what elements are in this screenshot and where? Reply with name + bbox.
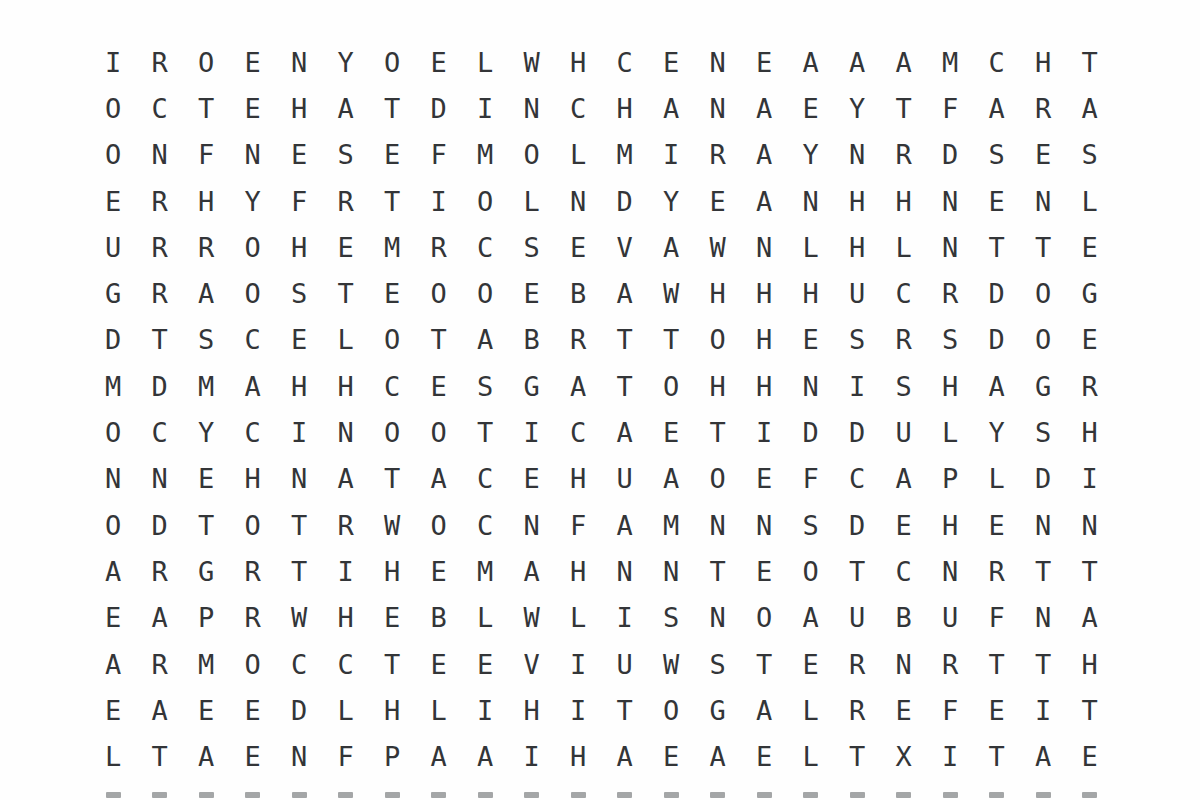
- grid-cell[interactable]: E: [416, 641, 463, 687]
- grid-cell[interactable]: E: [1067, 224, 1114, 270]
- grid-cell[interactable]: R: [416, 224, 463, 270]
- grid-cell[interactable]: I: [555, 641, 602, 687]
- grid-cell[interactable]: C: [323, 641, 370, 687]
- grid-cell[interactable]: H: [695, 363, 742, 409]
- grid-cell[interactable]: L: [788, 224, 835, 270]
- grid-cell[interactable]: L: [462, 595, 509, 641]
- grid-cell[interactable]: N: [90, 456, 137, 502]
- grid-cell[interactable]: R: [881, 317, 928, 363]
- grid-cell[interactable]: E: [183, 687, 230, 733]
- grid-cell[interactable]: G: [183, 548, 230, 594]
- grid-cell[interactable]: C: [881, 270, 928, 316]
- grid-cell[interactable]: A: [230, 363, 277, 409]
- grid-cell[interactable]: A: [741, 132, 788, 178]
- grid-cell[interactable]: E: [648, 409, 695, 455]
- grid-cell[interactable]: H: [741, 363, 788, 409]
- grid-cell[interactable]: E: [788, 641, 835, 687]
- grid-cell[interactable]: V: [602, 224, 649, 270]
- grid-cell[interactable]: R: [1067, 363, 1114, 409]
- grid-cell[interactable]: C: [462, 456, 509, 502]
- grid-cell[interactable]: O: [416, 270, 463, 316]
- grid-cell[interactable]: L: [462, 39, 509, 85]
- grid-cell[interactable]: I: [927, 733, 974, 779]
- grid-cell[interactable]: O: [183, 39, 230, 85]
- grid-cell[interactable]: D: [1020, 456, 1067, 502]
- grid-cell[interactable]: H: [927, 363, 974, 409]
- grid-cell[interactable]: S: [1067, 132, 1114, 178]
- grid-cell[interactable]: H: [741, 317, 788, 363]
- grid-cell[interactable]: S: [788, 502, 835, 548]
- grid-cell[interactable]: D: [974, 270, 1021, 316]
- grid-cell[interactable]: A: [137, 687, 184, 733]
- grid-cell[interactable]: E: [741, 456, 788, 502]
- grid-cell[interactable]: E: [555, 224, 602, 270]
- grid-cell[interactable]: A: [881, 456, 928, 502]
- grid-cell[interactable]: L: [927, 409, 974, 455]
- grid-cell[interactable]: W: [276, 595, 323, 641]
- grid-cell[interactable]: A: [416, 733, 463, 779]
- grid-cell[interactable]: H: [276, 85, 323, 131]
- grid-cell[interactable]: E: [788, 317, 835, 363]
- grid-cell[interactable]: H: [1067, 641, 1114, 687]
- grid-cell[interactable]: H: [230, 456, 277, 502]
- grid-cell[interactable]: A: [323, 85, 370, 131]
- grid-cell[interactable]: I: [509, 733, 556, 779]
- grid-cell[interactable]: L: [788, 687, 835, 733]
- grid-cell[interactable]: R: [137, 224, 184, 270]
- grid-cell[interactable]: T: [974, 733, 1021, 779]
- grid-cell[interactable]: E: [323, 224, 370, 270]
- grid-cell[interactable]: T: [602, 363, 649, 409]
- grid-cell[interactable]: H: [323, 363, 370, 409]
- grid-cell[interactable]: A: [602, 502, 649, 548]
- grid-cell[interactable]: H: [369, 687, 416, 733]
- grid-cell[interactable]: F: [927, 85, 974, 131]
- grid-cell[interactable]: Y: [788, 132, 835, 178]
- grid-cell[interactable]: R: [230, 595, 277, 641]
- grid-cell[interactable]: R: [834, 641, 881, 687]
- grid-cell[interactable]: A: [1067, 595, 1114, 641]
- grid-cell[interactable]: Y: [834, 85, 881, 131]
- grid-cell[interactable]: H: [881, 178, 928, 224]
- grid-cell[interactable]: I: [276, 409, 323, 455]
- grid-cell[interactable]: O: [695, 456, 742, 502]
- grid-cell[interactable]: L: [881, 224, 928, 270]
- grid-cell[interactable]: I: [1020, 687, 1067, 733]
- grid-cell[interactable]: O: [1020, 270, 1067, 316]
- grid-cell[interactable]: H: [183, 178, 230, 224]
- grid-cell[interactable]: T: [1020, 224, 1067, 270]
- grid-cell[interactable]: N: [509, 502, 556, 548]
- grid-cell[interactable]: N: [137, 132, 184, 178]
- grid-cell[interactable]: E: [788, 85, 835, 131]
- grid-cell[interactable]: S: [462, 363, 509, 409]
- grid-cell[interactable]: N: [276, 733, 323, 779]
- grid-cell[interactable]: E: [881, 502, 928, 548]
- grid-cell[interactable]: H: [276, 363, 323, 409]
- grid-cell[interactable]: R: [323, 178, 370, 224]
- grid-cell[interactable]: A: [462, 317, 509, 363]
- grid-cell[interactable]: C: [462, 502, 509, 548]
- grid-cell[interactable]: T: [369, 85, 416, 131]
- grid-cell[interactable]: R: [927, 270, 974, 316]
- grid-cell[interactable]: T: [695, 409, 742, 455]
- grid-cell[interactable]: F: [416, 132, 463, 178]
- grid-cell[interactable]: N: [602, 548, 649, 594]
- grid-cell[interactable]: W: [695, 224, 742, 270]
- grid-cell[interactable]: A: [741, 687, 788, 733]
- grid-cell[interactable]: C: [230, 317, 277, 363]
- grid-cell[interactable]: Y: [974, 409, 1021, 455]
- grid-cell[interactable]: N: [695, 595, 742, 641]
- grid-cell[interactable]: E: [741, 733, 788, 779]
- grid-cell[interactable]: C: [881, 548, 928, 594]
- grid-cell[interactable]: M: [648, 502, 695, 548]
- grid-cell[interactable]: R: [695, 132, 742, 178]
- grid-cell[interactable]: C: [462, 224, 509, 270]
- grid-cell[interactable]: O: [416, 409, 463, 455]
- grid-cell[interactable]: A: [323, 456, 370, 502]
- grid-cell[interactable]: T: [974, 224, 1021, 270]
- grid-cell[interactable]: E: [974, 178, 1021, 224]
- grid-cell[interactable]: M: [602, 132, 649, 178]
- grid-cell[interactable]: E: [276, 317, 323, 363]
- grid-cell[interactable]: O: [648, 687, 695, 733]
- grid-cell[interactable]: L: [1067, 178, 1114, 224]
- grid-cell[interactable]: R: [927, 641, 974, 687]
- grid-cell[interactable]: F: [276, 178, 323, 224]
- grid-cell[interactable]: E: [90, 178, 137, 224]
- grid-cell[interactable]: A: [509, 548, 556, 594]
- grid-cell[interactable]: R: [1020, 85, 1067, 131]
- grid-cell[interactable]: Y: [230, 178, 277, 224]
- grid-cell[interactable]: B: [555, 270, 602, 316]
- grid-cell[interactable]: L: [323, 687, 370, 733]
- grid-cell[interactable]: W: [509, 595, 556, 641]
- grid-cell[interactable]: R: [137, 641, 184, 687]
- grid-cell[interactable]: U: [834, 270, 881, 316]
- grid-cell[interactable]: T: [137, 733, 184, 779]
- grid-cell[interactable]: B: [509, 317, 556, 363]
- grid-cell[interactable]: O: [90, 502, 137, 548]
- grid-cell[interactable]: D: [602, 178, 649, 224]
- grid-cell[interactable]: M: [369, 224, 416, 270]
- grid-cell[interactable]: E: [1067, 733, 1114, 779]
- grid-cell[interactable]: N: [881, 641, 928, 687]
- grid-cell[interactable]: C: [137, 85, 184, 131]
- grid-cell[interactable]: T: [974, 641, 1021, 687]
- grid-cell[interactable]: T: [834, 548, 881, 594]
- grid-cell[interactable]: N: [927, 178, 974, 224]
- grid-cell[interactable]: F: [555, 502, 602, 548]
- grid-cell[interactable]: A: [788, 39, 835, 85]
- grid-cell[interactable]: I: [648, 132, 695, 178]
- grid-cell[interactable]: E: [974, 687, 1021, 733]
- grid-cell[interactable]: C: [602, 39, 649, 85]
- grid-cell[interactable]: E: [509, 270, 556, 316]
- grid-cell[interactable]: O: [648, 363, 695, 409]
- grid-cell[interactable]: R: [183, 224, 230, 270]
- grid-cell[interactable]: I: [834, 363, 881, 409]
- grid-cell[interactable]: W: [648, 641, 695, 687]
- grid-cell[interactable]: A: [648, 456, 695, 502]
- grid-cell[interactable]: A: [183, 270, 230, 316]
- grid-cell[interactable]: E: [1067, 317, 1114, 363]
- grid-cell[interactable]: S: [881, 363, 928, 409]
- grid-cell[interactable]: W: [369, 502, 416, 548]
- grid-cell[interactable]: O: [695, 317, 742, 363]
- grid-cell[interactable]: H: [369, 548, 416, 594]
- grid-cell[interactable]: H: [555, 456, 602, 502]
- grid-cell[interactable]: T: [1067, 687, 1114, 733]
- grid-cell[interactable]: O: [230, 502, 277, 548]
- grid-cell[interactable]: L: [416, 687, 463, 733]
- grid-cell[interactable]: N: [648, 548, 695, 594]
- grid-cell[interactable]: E: [276, 132, 323, 178]
- grid-cell[interactable]: T: [602, 687, 649, 733]
- grid-cell[interactable]: E: [230, 39, 277, 85]
- grid-cell[interactable]: H: [834, 224, 881, 270]
- grid-cell[interactable]: E: [416, 363, 463, 409]
- grid-cell[interactable]: N: [1067, 502, 1114, 548]
- grid-cell[interactable]: L: [509, 178, 556, 224]
- grid-cell[interactable]: E: [648, 39, 695, 85]
- grid-cell[interactable]: A: [1020, 733, 1067, 779]
- grid-cell[interactable]: R: [137, 548, 184, 594]
- grid-cell[interactable]: M: [183, 363, 230, 409]
- grid-cell[interactable]: R: [137, 178, 184, 224]
- grid-cell[interactable]: N: [788, 363, 835, 409]
- grid-cell[interactable]: U: [834, 595, 881, 641]
- grid-cell[interactable]: T: [1020, 641, 1067, 687]
- grid-cell[interactable]: H: [555, 548, 602, 594]
- grid-cell[interactable]: B: [416, 595, 463, 641]
- grid-cell[interactable]: C: [230, 409, 277, 455]
- grid-cell[interactable]: A: [602, 409, 649, 455]
- grid-cell[interactable]: E: [369, 132, 416, 178]
- grid-cell[interactable]: T: [1067, 548, 1114, 594]
- grid-cell[interactable]: C: [137, 409, 184, 455]
- grid-cell[interactable]: N: [137, 456, 184, 502]
- grid-cell[interactable]: L: [555, 595, 602, 641]
- grid-cell[interactable]: N: [276, 39, 323, 85]
- grid-cell[interactable]: B: [881, 595, 928, 641]
- grid-cell[interactable]: A: [183, 733, 230, 779]
- grid-cell[interactable]: G: [1067, 270, 1114, 316]
- grid-cell[interactable]: N: [741, 224, 788, 270]
- grid-cell[interactable]: H: [555, 39, 602, 85]
- grid-cell[interactable]: T: [648, 317, 695, 363]
- grid-cell[interactable]: N: [927, 548, 974, 594]
- grid-cell[interactable]: D: [834, 409, 881, 455]
- grid-cell[interactable]: F: [974, 595, 1021, 641]
- grid-cell[interactable]: D: [137, 502, 184, 548]
- grid-cell[interactable]: E: [974, 502, 1021, 548]
- grid-cell[interactable]: H: [323, 595, 370, 641]
- grid-cell[interactable]: T: [183, 85, 230, 131]
- grid-cell[interactable]: P: [369, 733, 416, 779]
- grid-cell[interactable]: N: [1020, 595, 1067, 641]
- grid-cell[interactable]: E: [90, 595, 137, 641]
- grid-cell[interactable]: E: [741, 548, 788, 594]
- grid-cell[interactable]: S: [648, 595, 695, 641]
- grid-cell[interactable]: G: [509, 363, 556, 409]
- grid-cell[interactable]: H: [695, 270, 742, 316]
- grid-cell[interactable]: T: [602, 317, 649, 363]
- grid-cell[interactable]: O: [369, 409, 416, 455]
- grid-cell[interactable]: R: [323, 502, 370, 548]
- grid-cell[interactable]: H: [927, 502, 974, 548]
- grid-cell[interactable]: P: [183, 595, 230, 641]
- grid-cell[interactable]: M: [462, 548, 509, 594]
- grid-cell[interactable]: N: [695, 502, 742, 548]
- grid-cell[interactable]: E: [881, 687, 928, 733]
- grid-cell[interactable]: T: [881, 85, 928, 131]
- grid-cell[interactable]: E: [416, 548, 463, 594]
- grid-cell[interactable]: A: [648, 85, 695, 131]
- grid-cell[interactable]: H: [1020, 39, 1067, 85]
- grid-cell[interactable]: E: [695, 178, 742, 224]
- grid-cell[interactable]: I: [555, 687, 602, 733]
- grid-cell[interactable]: A: [137, 595, 184, 641]
- grid-cell[interactable]: N: [741, 502, 788, 548]
- grid-cell[interactable]: E: [369, 270, 416, 316]
- grid-cell[interactable]: A: [462, 733, 509, 779]
- grid-cell[interactable]: E: [230, 733, 277, 779]
- grid-cell[interactable]: S: [509, 224, 556, 270]
- grid-cell[interactable]: H: [276, 224, 323, 270]
- grid-cell[interactable]: F: [788, 456, 835, 502]
- grid-cell[interactable]: I: [462, 85, 509, 131]
- grid-cell[interactable]: D: [927, 132, 974, 178]
- grid-cell[interactable]: S: [276, 270, 323, 316]
- grid-cell[interactable]: O: [741, 595, 788, 641]
- grid-cell[interactable]: I: [462, 687, 509, 733]
- grid-cell[interactable]: A: [834, 39, 881, 85]
- grid-cell[interactable]: I: [602, 595, 649, 641]
- grid-cell[interactable]: C: [834, 456, 881, 502]
- grid-cell[interactable]: G: [695, 687, 742, 733]
- grid-cell[interactable]: T: [741, 641, 788, 687]
- grid-cell[interactable]: X: [881, 733, 928, 779]
- grid-cell[interactable]: I: [509, 409, 556, 455]
- grid-cell[interactable]: A: [974, 363, 1021, 409]
- grid-cell[interactable]: D: [416, 85, 463, 131]
- grid-cell[interactable]: V: [509, 641, 556, 687]
- grid-cell[interactable]: A: [741, 178, 788, 224]
- grid-cell[interactable]: N: [1020, 178, 1067, 224]
- grid-cell[interactable]: D: [974, 317, 1021, 363]
- grid-cell[interactable]: P: [927, 456, 974, 502]
- grid-cell[interactable]: U: [881, 409, 928, 455]
- grid-cell[interactable]: T: [369, 178, 416, 224]
- grid-cell[interactable]: O: [230, 641, 277, 687]
- grid-cell[interactable]: A: [90, 548, 137, 594]
- grid-cell[interactable]: E: [416, 39, 463, 85]
- grid-cell[interactable]: E: [648, 733, 695, 779]
- grid-cell[interactable]: T: [276, 502, 323, 548]
- grid-cell[interactable]: N: [695, 85, 742, 131]
- grid-cell[interactable]: A: [788, 595, 835, 641]
- grid-cell[interactable]: O: [369, 317, 416, 363]
- grid-cell[interactable]: Y: [648, 178, 695, 224]
- grid-cell[interactable]: T: [1067, 39, 1114, 85]
- grid-cell[interactable]: I: [741, 409, 788, 455]
- grid-cell[interactable]: F: [183, 132, 230, 178]
- grid-cell[interactable]: E: [1020, 132, 1067, 178]
- grid-cell[interactable]: H: [741, 270, 788, 316]
- grid-cell[interactable]: E: [230, 85, 277, 131]
- grid-cell[interactable]: N: [788, 178, 835, 224]
- grid-cell[interactable]: N: [695, 39, 742, 85]
- grid-cell[interactable]: I: [323, 548, 370, 594]
- grid-cell[interactable]: D: [276, 687, 323, 733]
- grid-cell[interactable]: H: [1067, 409, 1114, 455]
- grid-cell[interactable]: T: [695, 548, 742, 594]
- grid-cell[interactable]: T: [323, 270, 370, 316]
- grid-cell[interactable]: T: [137, 317, 184, 363]
- grid-cell[interactable]: O: [90, 132, 137, 178]
- grid-cell[interactable]: L: [788, 733, 835, 779]
- grid-cell[interactable]: M: [90, 363, 137, 409]
- grid-cell[interactable]: N: [555, 178, 602, 224]
- grid-cell[interactable]: R: [834, 687, 881, 733]
- grid-cell[interactable]: N: [1020, 502, 1067, 548]
- grid-cell[interactable]: H: [555, 733, 602, 779]
- grid-cell[interactable]: A: [974, 85, 1021, 131]
- grid-cell[interactable]: H: [509, 687, 556, 733]
- grid-cell[interactable]: A: [741, 85, 788, 131]
- grid-cell[interactable]: C: [555, 409, 602, 455]
- grid-cell[interactable]: M: [927, 39, 974, 85]
- grid-cell[interactable]: Y: [323, 39, 370, 85]
- grid-cell[interactable]: C: [276, 641, 323, 687]
- grid-cell[interactable]: O: [1020, 317, 1067, 363]
- grid-cell[interactable]: U: [602, 641, 649, 687]
- grid-cell[interactable]: U: [927, 595, 974, 641]
- grid-cell[interactable]: O: [462, 270, 509, 316]
- grid-cell[interactable]: D: [788, 409, 835, 455]
- grid-cell[interactable]: O: [509, 132, 556, 178]
- grid-cell[interactable]: H: [834, 178, 881, 224]
- grid-cell[interactable]: O: [90, 85, 137, 131]
- grid-cell[interactable]: A: [881, 39, 928, 85]
- grid-cell[interactable]: M: [183, 641, 230, 687]
- grid-cell[interactable]: C: [974, 39, 1021, 85]
- grid-cell[interactable]: E: [462, 641, 509, 687]
- grid-cell[interactable]: U: [90, 224, 137, 270]
- grid-cell[interactable]: A: [602, 733, 649, 779]
- grid-cell[interactable]: O: [230, 224, 277, 270]
- grid-cell[interactable]: L: [323, 317, 370, 363]
- grid-cell[interactable]: T: [369, 641, 416, 687]
- grid-cell[interactable]: F: [323, 733, 370, 779]
- grid-cell[interactable]: R: [230, 548, 277, 594]
- grid-cell[interactable]: N: [509, 85, 556, 131]
- grid-cell[interactable]: M: [462, 132, 509, 178]
- grid-cell[interactable]: E: [369, 595, 416, 641]
- grid-cell[interactable]: D: [90, 317, 137, 363]
- grid-cell[interactable]: O: [788, 548, 835, 594]
- grid-cell[interactable]: G: [90, 270, 137, 316]
- grid-cell[interactable]: F: [927, 687, 974, 733]
- grid-cell[interactable]: N: [834, 132, 881, 178]
- grid-cell[interactable]: L: [974, 456, 1021, 502]
- grid-cell[interactable]: O: [90, 409, 137, 455]
- grid-cell[interactable]: I: [90, 39, 137, 85]
- grid-cell[interactable]: S: [927, 317, 974, 363]
- grid-cell[interactable]: A: [602, 270, 649, 316]
